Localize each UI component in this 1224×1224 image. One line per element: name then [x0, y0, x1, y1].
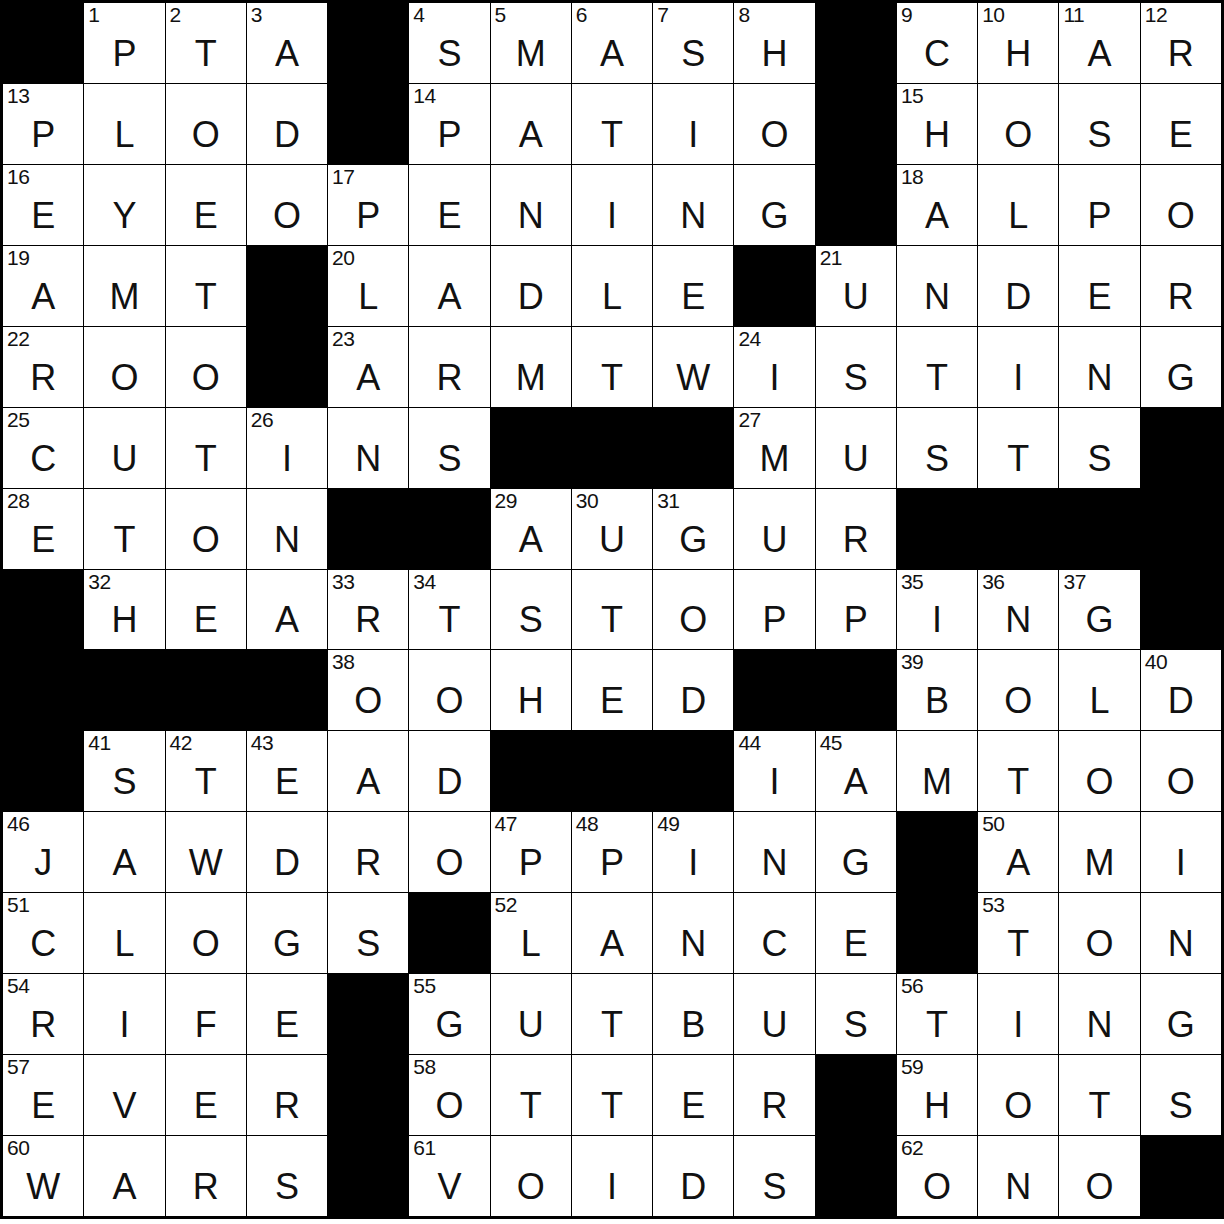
grid-cell-r7c4[interactable]: N: [247, 489, 327, 569]
grid-cell-r14c9[interactable]: E: [653, 1055, 733, 1135]
grid-cell-r15c10[interactable]: S: [734, 1136, 814, 1216]
grid-cell-r3c12[interactable]: 18A: [897, 165, 977, 245]
clue-number: 46: [7, 813, 29, 835]
cell-letter: U: [491, 998, 571, 1052]
cell-letter: S: [734, 1160, 814, 1214]
cell-letter: P: [3, 108, 83, 162]
cell-letter: A: [328, 755, 408, 809]
black-square-r9c3: [166, 650, 246, 730]
cell-letter: O: [978, 1079, 1058, 1133]
grid-cell-r3c2[interactable]: Y: [84, 165, 164, 245]
grid-cell-r11c6[interactable]: O: [409, 812, 489, 892]
cell-letter: I: [978, 351, 1058, 405]
grid-cell-r2c15[interactable]: E: [1141, 84, 1221, 164]
grid-cell-r5c11[interactable]: S: [816, 327, 896, 407]
grid-cell-r4c2[interactable]: M: [84, 246, 164, 326]
grid-cell-r1c12[interactable]: 9C: [897, 3, 977, 83]
cell-letter: E: [247, 998, 327, 1052]
cell-letter: A: [1059, 27, 1139, 81]
grid-cell-r12c9[interactable]: N: [653, 893, 733, 973]
cell-letter: S: [84, 755, 164, 809]
grid-cell-r13c1[interactable]: 54R: [3, 974, 83, 1054]
grid-cell-r11c9[interactable]: 49I: [653, 812, 733, 892]
grid-cell-r3c4[interactable]: O: [247, 165, 327, 245]
grid-cell-r3c9[interactable]: N: [653, 165, 733, 245]
grid-cell-r13c6[interactable]: 55G: [409, 974, 489, 1054]
cell-letter: H: [978, 27, 1058, 81]
grid-cell-r10c10[interactable]: 44I: [734, 731, 814, 811]
cell-letter: R: [166, 1160, 246, 1214]
grid-cell-r10c5[interactable]: A: [328, 731, 408, 811]
grid-cell-r14c8[interactable]: T: [572, 1055, 652, 1135]
grid-cell-r6c1[interactable]: 25C: [3, 408, 83, 488]
cell-letter: N: [1059, 351, 1139, 405]
black-square-r1c1: [3, 3, 83, 83]
black-square-r10c8: [572, 731, 652, 811]
grid-cell-r6c11[interactable]: U: [816, 408, 896, 488]
grid-cell-r3c13[interactable]: L: [978, 165, 1058, 245]
cell-letter: S: [1141, 1079, 1221, 1133]
grid-cell-r4c12[interactable]: N: [897, 246, 977, 326]
grid-cell-r12c11[interactable]: E: [816, 893, 896, 973]
clue-number: 17: [332, 166, 354, 188]
cell-letter: S: [491, 594, 571, 648]
cell-letter: S: [1059, 432, 1139, 486]
cell-letter: E: [3, 513, 83, 567]
cell-letter: L: [978, 189, 1058, 243]
grid-cell-r10c13[interactable]: T: [978, 731, 1058, 811]
black-square-r4c10: [734, 246, 814, 326]
clue-number: 23: [332, 328, 354, 350]
grid-cell-r12c3[interactable]: O: [166, 893, 246, 973]
grid-cell-r6c14[interactable]: S: [1059, 408, 1139, 488]
grid-cell-r11c1[interactable]: 46J: [3, 812, 83, 892]
grid-cell-r13c12[interactable]: 56T: [897, 974, 977, 1054]
grid-cell-r6c5[interactable]: N: [328, 408, 408, 488]
cell-letter: N: [653, 917, 733, 971]
grid-cell-r6c6[interactable]: S: [409, 408, 489, 488]
grid-cell-r12c2[interactable]: L: [84, 893, 164, 973]
grid-cell-r1c2[interactable]: 1P: [84, 3, 164, 83]
grid-cell-r6c12[interactable]: S: [897, 408, 977, 488]
black-square-r11c12: [897, 812, 977, 892]
cell-letter: O: [166, 108, 246, 162]
grid-cell-r3c1[interactable]: 16E: [3, 165, 83, 245]
cell-letter: E: [166, 1079, 246, 1133]
grid-cell-r7c3[interactable]: O: [166, 489, 246, 569]
clue-number: 36: [982, 571, 1004, 593]
grid-cell-r4c9[interactable]: E: [653, 246, 733, 326]
grid-cell-r2c2[interactable]: L: [84, 84, 164, 164]
cell-letter: U: [734, 998, 814, 1052]
clue-number: 32: [88, 571, 110, 593]
cell-letter: U: [734, 513, 814, 567]
grid-cell-r5c6[interactable]: R: [409, 327, 489, 407]
grid-cell-r11c15[interactable]: I: [1141, 812, 1221, 892]
clue-number: 26: [251, 409, 273, 431]
grid-cell-r8c5[interactable]: 33R: [328, 570, 408, 650]
grid-cell-r11c8[interactable]: 48P: [572, 812, 652, 892]
cell-letter: O: [166, 917, 246, 971]
grid-cell-r8c9[interactable]: O: [653, 570, 733, 650]
grid-cell-r7c11[interactable]: R: [816, 489, 896, 569]
grid-cell-r10c2[interactable]: 41S: [84, 731, 164, 811]
grid-cell-r6c2[interactable]: U: [84, 408, 164, 488]
grid-cell-r2c7[interactable]: A: [491, 84, 571, 164]
grid-cell-r15c13[interactable]: N: [978, 1136, 1058, 1216]
cell-letter: A: [328, 351, 408, 405]
grid-cell-r14c4[interactable]: R: [247, 1055, 327, 1135]
cell-letter: I: [897, 594, 977, 648]
grid-cell-r5c10[interactable]: 24I: [734, 327, 814, 407]
cell-letter: A: [897, 189, 977, 243]
grid-cell-r7c1[interactable]: 28E: [3, 489, 83, 569]
grid-cell-r14c3[interactable]: E: [166, 1055, 246, 1135]
grid-cell-r14c14[interactable]: T: [1059, 1055, 1139, 1135]
grid-cell-r12c7[interactable]: 52L: [491, 893, 571, 973]
cell-letter: T: [572, 351, 652, 405]
cell-letter: D: [247, 836, 327, 890]
grid-cell-r8c11[interactable]: P: [816, 570, 896, 650]
clue-number: 37: [1063, 571, 1085, 593]
cell-letter: I: [247, 432, 327, 486]
grid-cell-r11c10[interactable]: N: [734, 812, 814, 892]
grid-cell-r14c2[interactable]: V: [84, 1055, 164, 1135]
clue-number: 21: [820, 247, 842, 269]
grid-cell-r5c8[interactable]: T: [572, 327, 652, 407]
grid-cell-r10c6[interactable]: D: [409, 731, 489, 811]
grid-cell-r1c13[interactable]: 10H: [978, 3, 1058, 83]
cell-letter: N: [1059, 998, 1139, 1052]
clue-number: 61: [413, 1137, 435, 1159]
cell-letter: U: [572, 513, 652, 567]
cell-letter: O: [247, 189, 327, 243]
grid-cell-r4c5[interactable]: 20L: [328, 246, 408, 326]
grid-cell-r3c10[interactable]: G: [734, 165, 814, 245]
grid-cell-r11c11[interactable]: G: [816, 812, 896, 892]
cell-letter: O: [1059, 755, 1139, 809]
cell-letter: O: [409, 674, 489, 728]
grid-cell-r1c8[interactable]: 6A: [572, 3, 652, 83]
black-square-r9c11: [816, 650, 896, 730]
grid-cell-r13c10[interactable]: U: [734, 974, 814, 1054]
grid-cell-r8c3[interactable]: E: [166, 570, 246, 650]
grid-cell-r5c3[interactable]: O: [166, 327, 246, 407]
grid-cell-r8c8[interactable]: T: [572, 570, 652, 650]
grid-cell-r8c14[interactable]: 37G: [1059, 570, 1139, 650]
grid-cell-r4c8[interactable]: L: [572, 246, 652, 326]
grid-cell-r12c5[interactable]: S: [328, 893, 408, 973]
grid-cell-r10c3[interactable]: 42T: [166, 731, 246, 811]
grid-cell-r14c6[interactable]: 58O: [409, 1055, 489, 1135]
grid-cell-r15c9[interactable]: D: [653, 1136, 733, 1216]
black-square-r9c2: [84, 650, 164, 730]
grid-cell-r5c7[interactable]: M: [491, 327, 571, 407]
black-square-r3c11: [816, 165, 896, 245]
cell-letter: T: [166, 432, 246, 486]
grid-cell-r9c7[interactable]: H: [491, 650, 571, 730]
grid-cell-r10c11[interactable]: 45A: [816, 731, 896, 811]
cell-letter: G: [1141, 351, 1221, 405]
cell-letter: P: [816, 594, 896, 648]
cell-letter: V: [409, 1160, 489, 1214]
grid-cell-r2c13[interactable]: O: [978, 84, 1058, 164]
cell-letter: O: [491, 1160, 571, 1214]
clue-number: 10: [982, 4, 1004, 26]
grid-cell-r13c2[interactable]: I: [84, 974, 164, 1054]
grid-cell-r11c4[interactable]: D: [247, 812, 327, 892]
cell-letter: C: [3, 432, 83, 486]
grid-cell-r7c9[interactable]: 31G: [653, 489, 733, 569]
grid-cell-r12c4[interactable]: G: [247, 893, 327, 973]
grid-cell-r5c1[interactable]: 22R: [3, 327, 83, 407]
grid-cell-r11c13[interactable]: 50A: [978, 812, 1058, 892]
clue-number: 52: [495, 894, 517, 916]
clue-number: 35: [901, 571, 923, 593]
grid-cell-r10c14[interactable]: O: [1059, 731, 1139, 811]
grid-cell-r2c12[interactable]: 15H: [897, 84, 977, 164]
grid-cell-r8c12[interactable]: 35I: [897, 570, 977, 650]
cell-letter: T: [897, 998, 977, 1052]
grid-cell-r2c8[interactable]: T: [572, 84, 652, 164]
grid-cell-r2c6[interactable]: 14P: [409, 84, 489, 164]
grid-cell-r1c4[interactable]: 3A: [247, 3, 327, 83]
grid-cell-r15c8[interactable]: I: [572, 1136, 652, 1216]
grid-cell-r3c5[interactable]: 17P: [328, 165, 408, 245]
grid-cell-r4c15[interactable]: R: [1141, 246, 1221, 326]
black-square-r7c14: [1059, 489, 1139, 569]
grid-cell-r8c13[interactable]: 36N: [978, 570, 1058, 650]
grid-cell-r14c10[interactable]: R: [734, 1055, 814, 1135]
grid-cell-r8c2[interactable]: 32H: [84, 570, 164, 650]
grid-cell-r5c9[interactable]: W: [653, 327, 733, 407]
grid-cell-r13c9[interactable]: B: [653, 974, 733, 1054]
grid-cell-r7c7[interactable]: 29A: [491, 489, 571, 569]
grid-cell-r1c7[interactable]: 5M: [491, 3, 571, 83]
grid-cell-r9c14[interactable]: L: [1059, 650, 1139, 730]
grid-cell-r8c7[interactable]: S: [491, 570, 571, 650]
grid-cell-r15c12[interactable]: 62O: [897, 1136, 977, 1216]
cell-letter: T: [978, 917, 1058, 971]
cell-letter: A: [491, 108, 571, 162]
clue-number: 57: [7, 1056, 29, 1078]
grid-cell-r5c13[interactable]: I: [978, 327, 1058, 407]
grid-cell-r6c4[interactable]: 26I: [247, 408, 327, 488]
grid-cell-r6c10[interactable]: 27M: [734, 408, 814, 488]
grid-cell-r10c12[interactable]: M: [897, 731, 977, 811]
clue-number: 33: [332, 571, 354, 593]
cell-letter: R: [1141, 270, 1221, 324]
cell-letter: L: [572, 270, 652, 324]
cell-letter: E: [572, 674, 652, 728]
grid-cell-r6c3[interactable]: T: [166, 408, 246, 488]
grid-cell-r13c4[interactable]: E: [247, 974, 327, 1054]
grid-cell-r1c9[interactable]: 7S: [653, 3, 733, 83]
grid-cell-r14c15[interactable]: S: [1141, 1055, 1221, 1135]
clue-number: 60: [7, 1137, 29, 1159]
cell-letter: S: [409, 27, 489, 81]
black-square-r10c7: [491, 731, 571, 811]
grid-cell-r8c6[interactable]: 34T: [409, 570, 489, 650]
clue-number: 20: [332, 247, 354, 269]
grid-cell-r3c8[interactable]: I: [572, 165, 652, 245]
cell-letter: N: [247, 513, 327, 567]
grid-cell-r4c13[interactable]: D: [978, 246, 1058, 326]
grid-cell-r4c3[interactable]: T: [166, 246, 246, 326]
cell-letter: E: [3, 189, 83, 243]
grid-cell-r14c1[interactable]: 57E: [3, 1055, 83, 1135]
grid-cell-r5c14[interactable]: N: [1059, 327, 1139, 407]
grid-cell-r13c11[interactable]: S: [816, 974, 896, 1054]
grid-cell-r4c11[interactable]: 21U: [816, 246, 896, 326]
cell-letter: G: [247, 917, 327, 971]
cell-letter: L: [491, 917, 571, 971]
grid-cell-r14c13[interactable]: O: [978, 1055, 1058, 1135]
grid-cell-r15c1[interactable]: 60W: [3, 1136, 83, 1216]
grid-cell-r1c14[interactable]: 11A: [1059, 3, 1139, 83]
grid-cell-r15c2[interactable]: A: [84, 1136, 164, 1216]
cell-letter: O: [897, 1160, 977, 1214]
cell-letter: U: [84, 432, 164, 486]
grid-cell-r11c7[interactable]: 47P: [491, 812, 571, 892]
grid-cell-r9c6[interactable]: O: [409, 650, 489, 730]
cell-letter: T: [166, 755, 246, 809]
cell-letter: A: [247, 27, 327, 81]
grid-cell-r11c14[interactable]: M: [1059, 812, 1139, 892]
grid-cell-r2c4[interactable]: D: [247, 84, 327, 164]
clue-number: 51: [7, 894, 29, 916]
cell-letter: R: [816, 513, 896, 567]
grid-cell-r12c13[interactable]: 53T: [978, 893, 1058, 973]
grid-cell-r9c12[interactable]: 39B: [897, 650, 977, 730]
cell-letter: S: [409, 432, 489, 486]
grid-cell-r14c12[interactable]: 59H: [897, 1055, 977, 1135]
clue-number: 5: [495, 4, 506, 26]
grid-cell-r7c8[interactable]: 30U: [572, 489, 652, 569]
black-square-r1c5: [328, 3, 408, 83]
grid-cell-r12c10[interactable]: C: [734, 893, 814, 973]
cell-letter: N: [734, 836, 814, 890]
grid-cell-r13c3[interactable]: F: [166, 974, 246, 1054]
cell-letter: O: [328, 674, 408, 728]
grid-cell-r3c14[interactable]: P: [1059, 165, 1139, 245]
grid-cell-r3c3[interactable]: E: [166, 165, 246, 245]
cell-letter: I: [734, 755, 814, 809]
grid-cell-r15c4[interactable]: S: [247, 1136, 327, 1216]
clue-number: 38: [332, 651, 354, 673]
grid-cell-r1c10[interactable]: 8H: [734, 3, 814, 83]
cell-letter: E: [1059, 270, 1139, 324]
grid-cell-r5c2[interactable]: O: [84, 327, 164, 407]
grid-cell-r9c5[interactable]: 38O: [328, 650, 408, 730]
cell-letter: A: [409, 270, 489, 324]
grid-cell-r2c9[interactable]: I: [653, 84, 733, 164]
cell-letter: A: [978, 836, 1058, 890]
grid-cell-r10c4[interactable]: 43E: [247, 731, 327, 811]
grid-cell-r3c7[interactable]: N: [491, 165, 571, 245]
grid-cell-r4c1[interactable]: 19A: [3, 246, 83, 326]
grid-cell-r8c10[interactable]: P: [734, 570, 814, 650]
grid-cell-r3c6[interactable]: E: [409, 165, 489, 245]
grid-cell-r9c13[interactable]: O: [978, 650, 1058, 730]
cell-letter: L: [328, 270, 408, 324]
grid-cell-r7c10[interactable]: U: [734, 489, 814, 569]
grid-cell-r6c13[interactable]: T: [978, 408, 1058, 488]
grid-cell-r2c10[interactable]: O: [734, 84, 814, 164]
grid-cell-r14c7[interactable]: T: [491, 1055, 571, 1135]
grid-cell-r12c14[interactable]: O: [1059, 893, 1139, 973]
cell-letter: I: [84, 998, 164, 1052]
grid-cell-r15c3[interactable]: R: [166, 1136, 246, 1216]
clue-number: 54: [7, 975, 29, 997]
cell-letter: O: [166, 513, 246, 567]
grid-cell-r10c15[interactable]: O: [1141, 731, 1221, 811]
black-square-r10c1: [3, 731, 83, 811]
grid-cell-r4c6[interactable]: A: [409, 246, 489, 326]
cell-letter: I: [1141, 836, 1221, 890]
grid-cell-r3c15[interactable]: O: [1141, 165, 1221, 245]
grid-cell-r1c15[interactable]: 12R: [1141, 3, 1221, 83]
grid-cell-r9c9[interactable]: D: [653, 650, 733, 730]
grid-cell-r7c2[interactable]: T: [84, 489, 164, 569]
grid-cell-r4c7[interactable]: D: [491, 246, 571, 326]
cell-letter: M: [1059, 836, 1139, 890]
cell-letter: N: [978, 594, 1058, 648]
grid-cell-r15c14[interactable]: O: [1059, 1136, 1139, 1216]
grid-cell-r5c5[interactable]: 23A: [328, 327, 408, 407]
grid-cell-r9c15[interactable]: 40D: [1141, 650, 1221, 730]
grid-cell-r9c8[interactable]: E: [572, 650, 652, 730]
grid-cell-r13c15[interactable]: G: [1141, 974, 1221, 1054]
grid-cell-r5c12[interactable]: T: [897, 327, 977, 407]
grid-cell-r1c6[interactable]: 4S: [409, 3, 489, 83]
grid-cell-r13c8[interactable]: T: [572, 974, 652, 1054]
grid-cell-r11c3[interactable]: W: [166, 812, 246, 892]
grid-cell-r13c7[interactable]: U: [491, 974, 571, 1054]
grid-cell-r12c1[interactable]: 51C: [3, 893, 83, 973]
cell-letter: T: [572, 594, 652, 648]
grid-cell-r12c15[interactable]: N: [1141, 893, 1221, 973]
clue-number: 42: [170, 732, 192, 754]
grid-cell-r15c7[interactable]: O: [491, 1136, 571, 1216]
grid-cell-r11c2[interactable]: A: [84, 812, 164, 892]
grid-cell-r4c14[interactable]: E: [1059, 246, 1139, 326]
grid-cell-r13c14[interactable]: N: [1059, 974, 1139, 1054]
cell-letter: N: [653, 189, 733, 243]
cell-letter: E: [816, 917, 896, 971]
cell-letter: T: [897, 351, 977, 405]
grid-cell-r15c6[interactable]: 61V: [409, 1136, 489, 1216]
cell-letter: I: [572, 1160, 652, 1214]
grid-cell-r2c14[interactable]: S: [1059, 84, 1139, 164]
grid-cell-r5c15[interactable]: G: [1141, 327, 1221, 407]
grid-cell-r2c3[interactable]: O: [166, 84, 246, 164]
clue-number: 16: [7, 166, 29, 188]
grid-cell-r2c1[interactable]: 13P: [3, 84, 83, 164]
cell-letter: W: [3, 1160, 83, 1214]
cell-letter: A: [247, 594, 327, 648]
cell-letter: E: [166, 189, 246, 243]
clue-number: 15: [901, 85, 923, 107]
grid-cell-r12c8[interactable]: A: [572, 893, 652, 973]
cell-letter: R: [1141, 27, 1221, 81]
grid-cell-r1c3[interactable]: 2T: [166, 3, 246, 83]
grid-cell-r13c13[interactable]: I: [978, 974, 1058, 1054]
grid-cell-r11c5[interactable]: R: [328, 812, 408, 892]
clue-number: 58: [413, 1056, 435, 1078]
clue-number: 55: [413, 975, 435, 997]
grid-cell-r8c4[interactable]: A: [247, 570, 327, 650]
